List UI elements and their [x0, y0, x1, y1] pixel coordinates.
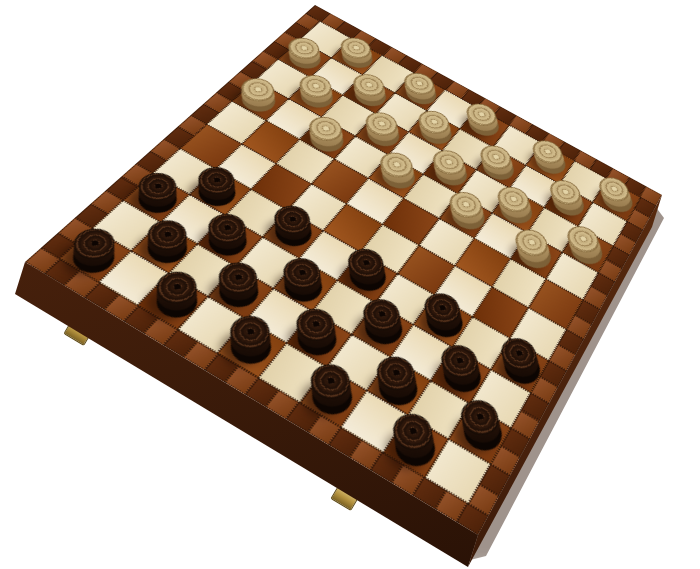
checkers-box-photo: ⛀⛀⛀⛀⛀⛀⛀⛀⛀⛀⛀⛀⛀⛀⛀⛀⛀⛀⛀⛀⛂⛂⛂⛂⛂⛂⛂⛂⛂⛂⛂⛂⛂⛂⛂⛂⛂⛂⛂⛂: [0, 0, 700, 569]
